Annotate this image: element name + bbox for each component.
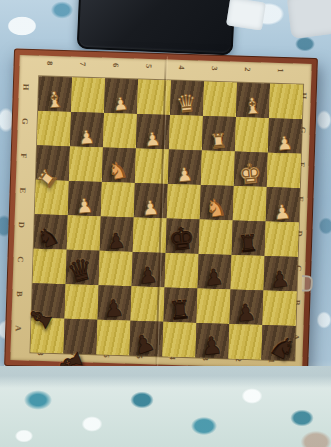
file-label-left-E: E [6, 183, 39, 199]
rank-label-top-5: 5 [142, 49, 157, 84]
square-g6[interactable] [103, 113, 137, 149]
white-pawn-g1[interactable]: ♟ [275, 133, 293, 153]
black-rook-d2[interactable]: ♜ [237, 232, 259, 257]
square-a2[interactable] [228, 324, 262, 360]
white-pawn-e5[interactable]: ♟ [140, 197, 159, 218]
black-pawn-a3[interactable]: ♟ [200, 333, 223, 359]
white-pawn-g5[interactable]: ♟ [143, 129, 161, 149]
square-d3[interactable] [199, 219, 233, 255]
white-pawn-e1[interactable]: ♟ [272, 201, 291, 222]
white-bishop-h2[interactable]: ♝ [242, 95, 263, 119]
square-g2[interactable] [235, 117, 269, 153]
square-h3[interactable] [203, 82, 237, 118]
rank-label-top-2: 2 [240, 52, 255, 87]
white-bishop-h8[interactable]: ♝ [44, 89, 65, 113]
square-f1[interactable] [267, 153, 301, 189]
square-e4[interactable] [167, 184, 201, 220]
square-e6[interactable] [101, 182, 135, 218]
file-label-left-F: F [7, 148, 40, 164]
square-a6[interactable] [96, 320, 130, 356]
white-king-f2[interactable]: ♚ [237, 159, 263, 188]
black-pawn-c3[interactable]: ♟ [203, 266, 224, 290]
photo-scene: 87654321 87654321 HGFEDCBA HGFEDCBA ♝♟♛♝… [0, 0, 331, 447]
rank-label-top-1: 1 [273, 53, 288, 88]
file-label-left-G: G [8, 114, 41, 130]
square-f7[interactable] [69, 146, 103, 182]
square-b3[interactable] [197, 288, 231, 324]
square-c4[interactable] [165, 253, 199, 289]
white-knight-f6[interactable]: ♞ [106, 158, 129, 184]
tablet [77, 0, 236, 55]
black-pawn-b6[interactable]: ♟ [103, 297, 125, 322]
white-knight-e3[interactable]: ♞ [203, 195, 227, 222]
blanket-bottom [0, 366, 331, 447]
chess-board [31, 76, 304, 360]
white-pawn-e7[interactable]: ♟ [75, 195, 94, 216]
black-pawn-b2[interactable]: ♟ [235, 301, 257, 326]
square-g4[interactable] [169, 115, 203, 151]
square-h7[interactable] [71, 77, 105, 113]
square-b7[interactable] [65, 284, 99, 320]
rank-label-top-8: 8 [43, 46, 58, 81]
black-pawn-c1[interactable]: ♟ [269, 268, 290, 292]
rank-label-top-4: 4 [175, 50, 190, 85]
black-king-d4[interactable]: ♚ [167, 223, 195, 256]
white-queen-h4[interactable]: ♛ [175, 91, 198, 117]
black-pawn-d6[interactable]: ♟ [106, 230, 126, 253]
white-pawn-g7[interactable]: ♟ [77, 127, 95, 147]
white-fabric-object [226, 0, 266, 31]
square-c8[interactable] [33, 249, 67, 285]
file-label-left-C: C [4, 252, 37, 268]
square-g8[interactable] [37, 111, 71, 147]
square-a4[interactable] [162, 322, 196, 358]
square-d7[interactable] [67, 215, 101, 251]
square-c2[interactable] [231, 255, 265, 291]
square-d1[interactable] [265, 222, 299, 258]
square-f3[interactable] [201, 151, 235, 187]
rank-label-top-7: 7 [76, 47, 91, 82]
white-pawn-f4[interactable]: ♟ [175, 165, 193, 185]
square-h1[interactable] [269, 84, 303, 120]
black-pawn-c5[interactable]: ♟ [137, 264, 158, 288]
square-b1[interactable] [263, 291, 297, 327]
black-rook-b4[interactable]: ♜ [168, 297, 192, 324]
white-rook-g3[interactable]: ♜ [209, 130, 228, 151]
square-e2[interactable] [233, 186, 267, 222]
metal-clasp [302, 275, 314, 292]
rank-label-top-3: 3 [208, 51, 223, 86]
file-label-left-H: H [9, 79, 42, 95]
rank-label-top-6: 6 [109, 48, 124, 83]
gray-corner-object [287, 0, 331, 39]
square-c6[interactable] [99, 251, 133, 287]
chess-board-wrap: 87654321 87654321 HGFEDCBA HGFEDCBA ♝♟♛♝… [4, 48, 318, 375]
white-pawn-h6[interactable]: ♟ [112, 95, 129, 114]
